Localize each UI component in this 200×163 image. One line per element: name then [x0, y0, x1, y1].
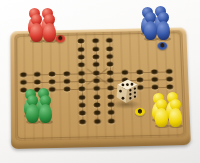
ludo-board-photo [0, 0, 200, 163]
track-hole [93, 111, 100, 116]
track-hole [92, 47, 99, 52]
red-pawn[interactable] [43, 14, 56, 42]
track-hole [108, 118, 115, 123]
track-hole [107, 62, 114, 67]
track-hole [93, 119, 100, 124]
track-hole [78, 55, 85, 60]
track-hole [93, 102, 100, 107]
track-hole [77, 47, 84, 52]
track-hole [20, 80, 27, 85]
yellow-pawn[interactable] [169, 99, 182, 127]
track-hole [106, 38, 113, 43]
green-pawn-body [39, 104, 52, 123]
yellow-pawn[interactable] [155, 99, 168, 127]
track-hole [108, 110, 115, 115]
track-hole [107, 78, 114, 83]
track-hole [93, 94, 100, 99]
blue-pawn-body [144, 21, 157, 40]
track-hole [151, 69, 158, 74]
track-hole [20, 72, 27, 77]
track-hole [107, 54, 114, 59]
track-hole [107, 70, 114, 75]
track-hole [166, 85, 173, 90]
track-hole [78, 63, 85, 68]
track-hole [106, 46, 113, 51]
die[interactable] [113, 76, 141, 106]
green-pawn[interactable] [39, 95, 52, 123]
track-hole [49, 71, 56, 76]
yellow-pawn-body [155, 108, 168, 127]
track-hole [92, 55, 99, 60]
track-hole [93, 86, 100, 91]
track-hole [136, 69, 143, 74]
track-hole [64, 87, 71, 92]
track-hole [78, 71, 85, 76]
track-hole [92, 39, 99, 44]
track-hole [63, 79, 70, 84]
track-hole [78, 103, 85, 108]
track-hole [79, 119, 86, 124]
red-pawn[interactable] [30, 14, 43, 42]
red-pawn-body [30, 23, 43, 42]
track-hole [165, 77, 172, 82]
yellow-start-hole [135, 108, 145, 116]
track-hole [122, 70, 129, 75]
blue-pawn[interactable] [144, 12, 157, 40]
track-hole [78, 79, 85, 84]
red-start-hole [56, 34, 66, 42]
track-hole [77, 39, 84, 44]
blue-pawn-body [157, 21, 170, 40]
track-hole [34, 80, 41, 85]
track-hole [49, 79, 56, 84]
track-hole [79, 111, 86, 116]
track-hole [93, 78, 100, 83]
track-hole [34, 72, 41, 77]
blue-start-hole [158, 42, 168, 50]
track-hole [151, 77, 158, 82]
blue-pawn[interactable] [157, 12, 170, 40]
track-hole [78, 87, 85, 92]
track-hole [63, 71, 70, 76]
yellow-pawn-body [169, 108, 182, 127]
track-hole [78, 95, 85, 100]
green-pawn[interactable] [26, 95, 39, 123]
track-hole [151, 85, 158, 90]
green-pawn-body [26, 104, 39, 123]
track-hole [165, 69, 172, 74]
red-pawn-body [43, 23, 56, 42]
track-hole [92, 62, 99, 67]
